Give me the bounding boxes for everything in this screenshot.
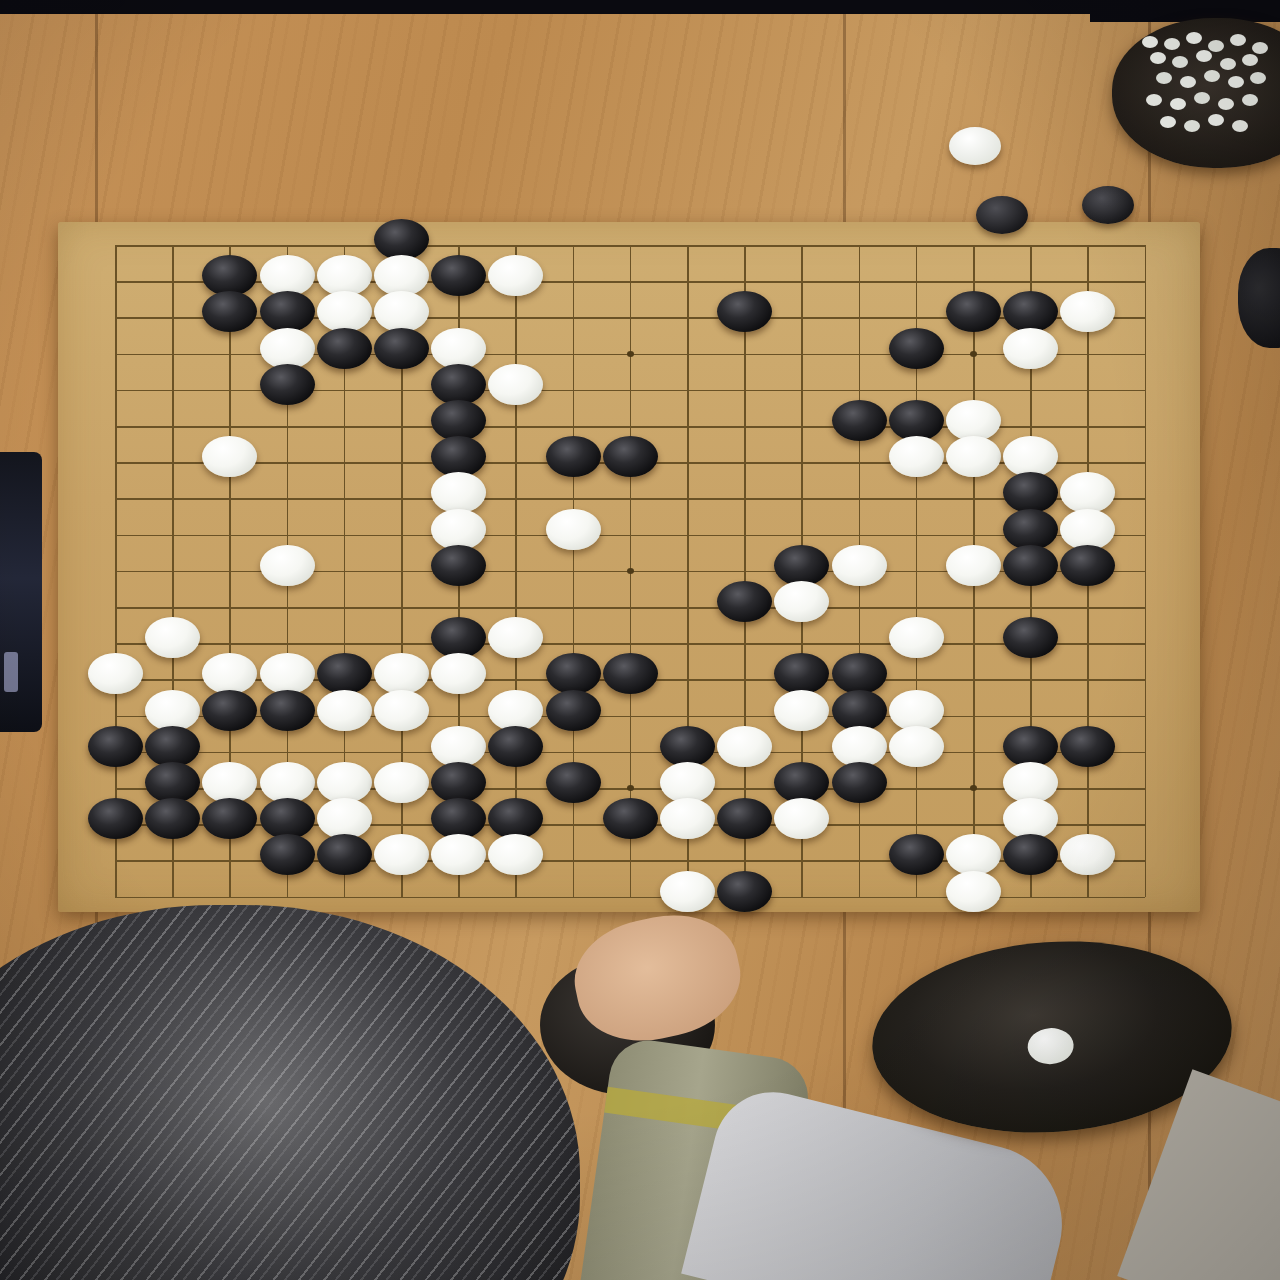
white-stone[interactable] (488, 690, 543, 731)
white-stones-in-bowl (1142, 36, 1158, 48)
black-stone[interactable] (717, 291, 772, 332)
black-stone[interactable] (1003, 545, 1058, 586)
video-letterbox-bar-right (1090, 0, 1280, 22)
white-stone-on-lid (1026, 1027, 1074, 1066)
black-stone[interactable] (603, 653, 658, 694)
grid-line-h (115, 752, 1145, 754)
white-stone[interactable] (202, 436, 257, 477)
white-stone[interactable] (946, 436, 1001, 477)
black-stone[interactable] (774, 762, 829, 803)
black-stone[interactable] (145, 726, 200, 767)
black-stone[interactable] (88, 726, 143, 767)
white-stone[interactable] (260, 545, 315, 586)
white-stone[interactable] (832, 545, 887, 586)
black-stone[interactable] (260, 834, 315, 875)
device-at-left-edge (0, 452, 42, 732)
black-stone[interactable] (1003, 834, 1058, 875)
black-stone[interactable] (202, 690, 257, 731)
black-stone[interactable] (1003, 617, 1058, 658)
loose-black-stone[interactable] (1082, 186, 1134, 224)
device-screen-glow (4, 652, 18, 692)
white-stone[interactable] (488, 364, 543, 405)
white-stone[interactable] (1003, 328, 1058, 369)
white-stone[interactable] (660, 798, 715, 839)
white-stone[interactable] (1003, 762, 1058, 803)
black-stone[interactable] (546, 653, 601, 694)
go-game-photo-scene: { "game": "go", "board": { "size": 19, "… (0, 0, 1280, 1280)
white-stone[interactable] (1060, 509, 1115, 550)
black-stone[interactable] (660, 726, 715, 767)
white-stone[interactable] (488, 617, 543, 658)
white-stone[interactable] (374, 762, 429, 803)
white-stone[interactable] (145, 690, 200, 731)
white-stone[interactable] (202, 653, 257, 694)
white-stone[interactable] (889, 726, 944, 767)
grid-line-h (115, 643, 1145, 645)
black-stone[interactable] (946, 291, 1001, 332)
black-stone[interactable] (603, 798, 658, 839)
black-stone[interactable] (88, 798, 143, 839)
white-stone[interactable] (374, 255, 429, 296)
white-stone[interactable] (317, 762, 372, 803)
black-stone[interactable] (488, 726, 543, 767)
black-stone[interactable] (774, 653, 829, 694)
white-stone[interactable] (260, 653, 315, 694)
white-stone[interactable] (260, 328, 315, 369)
white-stone[interactable] (488, 255, 543, 296)
white-stone[interactable] (431, 834, 486, 875)
black-stone[interactable] (488, 798, 543, 839)
white-stone[interactable] (889, 617, 944, 658)
black-stone[interactable] (889, 834, 944, 875)
white-stone[interactable] (260, 255, 315, 296)
black-stone[interactable] (1060, 545, 1115, 586)
white-stone[interactable] (774, 798, 829, 839)
black-stone[interactable] (717, 798, 772, 839)
black-stone[interactable] (1003, 726, 1058, 767)
white-stone[interactable] (660, 762, 715, 803)
grid-line-h (115, 607, 1145, 609)
black-stone[interactable] (431, 364, 486, 405)
black-stone[interactable] (1003, 509, 1058, 550)
black-stone[interactable] (202, 291, 257, 332)
white-stone[interactable] (1003, 798, 1058, 839)
loose-black-stone[interactable] (976, 196, 1028, 234)
white-stone[interactable] (488, 834, 543, 875)
star-point (627, 568, 634, 574)
white-stone[interactable] (1060, 834, 1115, 875)
black-stone[interactable] (431, 762, 486, 803)
white-stone[interactable] (546, 509, 601, 550)
black-stone[interactable] (1003, 291, 1058, 332)
white-stone[interactable] (317, 291, 372, 332)
white-stone[interactable] (946, 400, 1001, 441)
white-stone[interactable] (317, 798, 372, 839)
black-stone[interactable] (774, 545, 829, 586)
white-stone[interactable] (889, 690, 944, 731)
white-stone[interactable] (431, 726, 486, 767)
black-stone[interactable] (431, 400, 486, 441)
black-stone[interactable] (317, 653, 372, 694)
white-stone[interactable] (145, 617, 200, 658)
white-stone[interactable] (946, 871, 1001, 912)
black-stone[interactable] (546, 690, 601, 731)
white-stone[interactable] (1060, 291, 1115, 332)
white-stone[interactable] (374, 291, 429, 332)
black-stone[interactable] (832, 762, 887, 803)
white-stone[interactable] (431, 328, 486, 369)
white-stone[interactable] (660, 871, 715, 912)
black-stone[interactable] (889, 400, 944, 441)
white-stone[interactable] (1060, 472, 1115, 513)
black-stone[interactable] (260, 364, 315, 405)
black-stone[interactable] (202, 798, 257, 839)
black-stone[interactable] (431, 617, 486, 658)
white-stone[interactable] (889, 436, 944, 477)
white-stone[interactable] (946, 834, 1001, 875)
black-stone[interactable] (145, 798, 200, 839)
black-stone[interactable] (832, 653, 887, 694)
grid-line-v (1145, 245, 1147, 897)
black-stone[interactable] (832, 690, 887, 731)
black-stone[interactable] (546, 436, 601, 477)
black-stone[interactable] (1003, 472, 1058, 513)
white-stone[interactable] (374, 653, 429, 694)
white-stone[interactable] (202, 762, 257, 803)
black-stone[interactable] (374, 219, 429, 260)
white-stone[interactable] (431, 509, 486, 550)
black-stone[interactable] (431, 255, 486, 296)
white-stone[interactable] (946, 545, 1001, 586)
white-stone[interactable] (317, 255, 372, 296)
black-stone[interactable] (603, 436, 658, 477)
white-stone[interactable] (1003, 436, 1058, 477)
star-point (970, 351, 977, 357)
black-stone[interactable] (431, 798, 486, 839)
black-stone[interactable] (145, 762, 200, 803)
white-stone[interactable] (260, 762, 315, 803)
black-stone[interactable] (317, 328, 372, 369)
white-stone[interactable] (431, 653, 486, 694)
black-stone[interactable] (260, 690, 315, 731)
black-stone[interactable] (431, 436, 486, 477)
white-stone[interactable] (374, 834, 429, 875)
video-letterbox-bar (0, 0, 1280, 14)
white-stone[interactable] (317, 690, 372, 731)
black-stone[interactable] (374, 328, 429, 369)
black-stone[interactable] (317, 834, 372, 875)
black-stone[interactable] (717, 871, 772, 912)
white-stone[interactable] (374, 690, 429, 731)
white-stone[interactable] (774, 690, 829, 731)
go-board[interactable] (58, 222, 1200, 912)
black-stone[interactable] (431, 545, 486, 586)
black-stone[interactable] (1060, 726, 1115, 767)
black-stone[interactable] (202, 255, 257, 296)
black-stone[interactable] (832, 400, 887, 441)
white-stone[interactable] (832, 726, 887, 767)
black-stone[interactable] (260, 798, 315, 839)
star-point (970, 785, 977, 791)
white-stone[interactable] (88, 653, 143, 694)
star-point (627, 785, 634, 791)
black-stone[interactable] (889, 328, 944, 369)
black-stone[interactable] (546, 762, 601, 803)
white-stone[interactable] (774, 581, 829, 622)
black-stone[interactable] (260, 291, 315, 332)
star-point (627, 351, 634, 357)
black-stone[interactable] (717, 581, 772, 622)
white-stone[interactable] (431, 472, 486, 513)
loose-white-stone[interactable] (949, 127, 1001, 165)
white-stone[interactable] (717, 726, 772, 767)
